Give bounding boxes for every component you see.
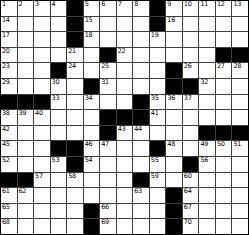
black-square [199,126,215,141]
grid-cell[interactable]: 57 [34,173,50,188]
clue-number: 38 [2,110,10,117]
grid-cell[interactable] [216,204,232,219]
black-square [100,110,116,125]
grid-cell[interactable] [67,95,83,110]
black-square [150,17,166,32]
grid-cell[interactable] [166,173,182,188]
grid-cell[interactable]: 14 [1,17,17,32]
clue-number: 31 [101,79,109,86]
grid-cell[interactable] [166,48,182,63]
grid-cell[interactable] [117,79,133,94]
grid-cell[interactable] [216,173,232,188]
grid-cell[interactable] [67,79,83,94]
black-square [67,1,83,16]
grid-cell[interactable] [117,188,133,203]
grid-cell[interactable]: 28 [232,63,248,78]
clue-number: 5 [85,1,89,8]
clue-number: 27 [217,63,225,70]
clue-number: 62 [19,188,27,195]
grid-cell[interactable] [18,157,34,172]
grid-cell[interactable] [133,141,149,156]
grid-cell[interactable] [67,188,83,203]
grid-cell[interactable]: 62 [18,188,34,203]
grid-cell[interactable] [67,219,83,234]
grid-cell[interactable] [117,95,133,110]
grid-cell[interactable] [18,17,34,32]
grid-cell[interactable]: 2 [18,1,34,16]
grid-cell[interactable] [199,63,215,78]
grid-cell[interactable] [183,32,199,47]
grid-cell[interactable] [232,157,248,172]
grid-cell[interactable] [199,17,215,32]
grid-cell[interactable] [216,157,232,172]
grid-cell[interactable] [133,63,149,78]
clue-number: 29 [2,79,10,86]
grid-cell[interactable] [232,188,248,203]
grid-cell[interactable]: 39 [18,110,34,125]
grid-cell[interactable]: 65 [1,204,17,219]
clue-number: 37 [184,95,192,102]
black-square [67,32,83,47]
clue-number: 41 [151,110,159,117]
grid-cell[interactable] [84,173,100,188]
grid-cell[interactable]: 26 [183,63,199,78]
grid-cell[interactable]: 68 [1,219,17,234]
grid-cell[interactable] [34,32,50,47]
black-square [133,110,149,125]
clue-number: 10 [184,1,192,8]
grid-cell[interactable]: 18 [84,32,100,47]
grid-cell[interactable] [232,32,248,47]
black-square [133,95,149,110]
black-square [232,48,248,63]
grid-cell[interactable]: 55 [150,157,166,172]
grid-cell[interactable] [216,32,232,47]
grid-cell[interactable]: 23 [1,63,17,78]
grid-cell[interactable]: 4 [51,1,67,16]
grid-cell[interactable] [34,157,50,172]
grid-cell[interactable] [84,126,100,141]
grid-cell[interactable] [51,126,67,141]
grid-cell[interactable] [150,204,166,219]
clue-number: 56 [200,157,208,164]
grid-cell[interactable]: 53 [51,157,67,172]
clue-number: 32 [200,79,208,86]
grid-cell[interactable]: 34 [84,95,100,110]
clue-number: 14 [2,17,10,24]
grid-cell[interactable]: 51 [232,141,248,156]
clue-number: 39 [19,110,27,117]
grid-cell[interactable] [51,204,67,219]
grid-cell[interactable] [67,126,83,141]
grid-cell[interactable]: 15 [84,17,100,32]
grid-cell[interactable] [216,219,232,234]
grid-cell[interactable] [150,219,166,234]
black-square [166,188,182,203]
grid-cell[interactable]: 16 [166,17,182,32]
grid-cell[interactable]: 1 [1,1,17,16]
grid-cell[interactable] [183,141,199,156]
grid-cell[interactable] [84,48,100,63]
grid-cell[interactable]: 54 [84,157,100,172]
grid-cell[interactable]: 67 [183,204,199,219]
black-square [84,79,100,94]
grid-cell[interactable] [166,110,182,125]
grid-cell[interactable] [34,63,50,78]
clue-number: 60 [184,173,192,180]
grid-cell[interactable] [51,188,67,203]
grid-cell[interactable] [18,48,34,63]
grid-cell[interactable] [18,79,34,94]
grid-cell[interactable] [100,157,116,172]
clue-number: 51 [233,141,241,148]
grid-cell[interactable]: 29 [1,79,17,94]
grid-cell[interactable] [199,110,215,125]
grid-cell[interactable] [232,17,248,32]
grid-cell[interactable] [18,219,34,234]
grid-cell[interactable]: 50 [216,141,232,156]
grid-cell[interactable] [117,157,133,172]
grid-cell[interactable] [133,17,149,32]
grid-cell[interactable]: 70 [183,219,199,234]
grid-cell[interactable] [18,141,34,156]
grid-cell[interactable] [133,79,149,94]
black-square [100,126,116,141]
grid-cell[interactable]: 41 [150,110,166,125]
grid-cell[interactable] [51,173,67,188]
grid-cell[interactable] [150,188,166,203]
grid-cell[interactable] [216,110,232,125]
grid-cell[interactable] [51,110,67,125]
grid-cell[interactable] [150,48,166,63]
grid-cell[interactable] [100,17,116,32]
clue-number: 47 [101,141,109,148]
black-square [51,63,67,78]
clue-number: 61 [2,188,10,195]
clue-number: 24 [68,63,76,70]
clue-number: 68 [2,219,10,226]
grid-cell[interactable] [183,110,199,125]
grid-cell[interactable] [84,63,100,78]
grid-cell[interactable] [18,126,34,141]
clue-number: 48 [167,141,175,148]
grid-cell[interactable]: 3 [34,1,50,16]
clue-number: 63 [134,188,142,195]
black-square [150,141,166,156]
clue-number: 19 [151,32,159,39]
grid-cell[interactable]: 40 [34,110,50,125]
grid-cell[interactable] [34,219,50,234]
black-square [18,95,34,110]
grid-cell[interactable] [183,48,199,63]
black-square [84,219,100,234]
clue-number: 12 [217,1,225,8]
grid-cell[interactable]: 56 [199,157,215,172]
grid-cell[interactable] [34,188,50,203]
clue-number: 4 [52,1,56,8]
clue-number: 15 [85,17,93,24]
grid-cell[interactable]: 11 [199,1,215,16]
clue-number: 52 [2,157,10,164]
grid-cell[interactable]: 10 [183,1,199,16]
black-square [166,79,182,94]
black-square [34,95,50,110]
black-square [1,173,17,188]
grid-cell[interactable] [216,95,232,110]
grid-cell[interactable] [133,219,149,234]
clue-number: 45 [2,141,10,148]
grid-cell[interactable] [232,95,248,110]
grid-cell[interactable]: 61 [1,188,17,203]
grid-cell[interactable] [117,141,133,156]
black-square [183,79,199,94]
grid-cell[interactable] [34,17,50,32]
grid-cell[interactable]: 59 [150,173,166,188]
grid-cell[interactable] [84,110,100,125]
grid-cell[interactable] [117,17,133,32]
grid-cell[interactable] [232,173,248,188]
black-square [216,126,232,141]
grid-cell[interactable]: 49 [199,141,215,156]
grid-cell[interactable] [51,17,67,32]
clue-number: 67 [184,204,192,211]
grid-cell[interactable] [216,17,232,32]
grid-cell[interactable]: 69 [100,219,116,234]
clue-number: 55 [151,157,159,164]
clue-number: 54 [85,157,93,164]
clue-number: 36 [167,95,175,102]
grid-cell[interactable] [199,48,215,63]
grid-cell[interactable] [216,79,232,94]
clue-number: 34 [85,95,93,102]
grid-cell[interactable]: 7 [117,1,133,16]
clue-number: 25 [101,63,109,70]
clue-number: 2 [19,1,23,8]
grid-cell[interactable] [199,32,215,47]
black-square [232,126,248,141]
clue-number: 44 [134,126,142,133]
clue-number: 43 [118,126,126,133]
clue-number: 26 [184,63,192,70]
clue-number: 13 [233,1,241,8]
clue-number: 30 [52,79,60,86]
grid-cell[interactable] [166,32,182,47]
grid-cell[interactable] [232,79,248,94]
grid-cell[interactable]: 24 [67,63,83,78]
clue-number: 7 [118,1,122,8]
black-square [18,173,34,188]
grid-cell[interactable]: 47 [100,141,116,156]
clue-number: 70 [184,219,192,226]
clue-number: 69 [101,219,109,226]
black-square [67,17,83,32]
clue-number: 20 [2,48,10,55]
clue-number: 50 [217,141,225,148]
clue-number: 65 [2,204,10,211]
grid-cell[interactable]: 13 [232,1,248,16]
grid-cell[interactable]: 36 [166,95,182,110]
grid-cell[interactable]: 22 [117,48,133,63]
grid-cell[interactable]: 63 [133,188,149,203]
grid-cell[interactable]: 21 [67,48,83,63]
grid-cell[interactable] [150,79,166,94]
grid-cell[interactable]: 5 [84,1,100,16]
grid-cell[interactable] [34,204,50,219]
clue-number: 59 [151,173,159,180]
clue-number: 64 [184,188,192,195]
grid-cell[interactable]: 37 [183,95,199,110]
black-square [67,157,83,172]
clue-number: 40 [35,110,43,117]
grid-cell[interactable] [18,32,34,47]
black-square [166,204,182,219]
clue-number: 21 [68,48,76,55]
grid-cell[interactable] [133,204,149,219]
grid-cell[interactable]: 32 [199,79,215,94]
clue-number: 11 [200,1,208,8]
grid-cell[interactable]: 17 [1,32,17,47]
grid-cell[interactable] [183,17,199,32]
grid-cell[interactable] [133,157,149,172]
grid-cell[interactable] [51,32,67,47]
grid-cell[interactable] [51,219,67,234]
grid-cell[interactable]: 43 [117,126,133,141]
grid-cell[interactable]: 44 [133,126,149,141]
clue-number: 49 [200,141,208,148]
black-square [117,110,133,125]
clue-number: 46 [85,141,93,148]
black-square [183,157,199,172]
grid-cell[interactable] [34,126,50,141]
black-square [84,204,100,219]
grid-cell[interactable] [199,204,215,219]
clue-number: 8 [134,1,138,8]
grid-cell[interactable] [232,204,248,219]
black-square [67,141,83,156]
clue-number: 3 [35,1,39,8]
grid-cell[interactable]: 12 [216,1,232,16]
grid-cell[interactable] [100,188,116,203]
grid-cell[interactable] [232,110,248,125]
grid-cell[interactable] [133,32,149,47]
grid-cell[interactable] [133,48,149,63]
grid-cell[interactable]: 60 [183,173,199,188]
crossword-board: 1234567891011121314151617181920212223242… [0,0,249,235]
clue-number: 66 [101,204,109,211]
grid-cell[interactable]: 8 [133,1,149,16]
grid-cell[interactable] [34,141,50,156]
grid-cell[interactable] [100,173,116,188]
grid-cell[interactable] [117,63,133,78]
grid-cell[interactable]: 6 [100,1,116,16]
grid-cell[interactable]: 19 [150,32,166,47]
grid-cell[interactable] [67,204,83,219]
grid-cell[interactable]: 9 [166,1,182,16]
black-square [166,63,182,78]
grid-cell[interactable] [84,188,100,203]
clue-number: 6 [101,1,105,8]
grid-cell[interactable] [216,188,232,203]
grid-cell[interactable]: 33 [51,95,67,110]
grid-cell[interactable]: 48 [166,141,182,156]
grid-cell[interactable] [34,48,50,63]
grid-cell[interactable] [117,219,133,234]
black-square [133,173,149,188]
clue-number: 58 [68,173,76,180]
grid-cell[interactable] [199,188,215,203]
black-square [216,48,232,63]
grid-cell[interactable] [100,95,116,110]
grid-cell[interactable] [117,32,133,47]
grid-cell[interactable] [166,126,182,141]
clue-number: 28 [233,63,241,70]
black-square [1,95,17,110]
grid-cell[interactable]: 45 [1,141,17,156]
black-square [51,141,67,156]
grid-cell[interactable] [100,32,116,47]
grid-cell[interactable]: 46 [84,141,100,156]
grid-cell[interactable] [183,126,199,141]
clue-number: 35 [151,95,159,102]
grid-cell[interactable]: 64 [183,188,199,203]
grid-cell[interactable] [117,173,133,188]
grid-cell[interactable]: 25 [100,63,116,78]
black-square [100,48,116,63]
clue-number: 1 [2,1,6,8]
black-square [166,219,182,234]
clue-number: 16 [167,17,175,24]
grid-cell[interactable]: 66 [100,204,116,219]
grid-cell[interactable] [150,63,166,78]
clue-number: 57 [35,173,43,180]
clue-number: 53 [52,157,60,164]
clue-number: 22 [118,48,126,55]
grid-cell[interactable] [18,63,34,78]
clue-number: 23 [2,63,10,70]
grid-cell[interactable]: 30 [51,79,67,94]
grid-cell[interactable] [67,110,83,125]
grid-cell[interactable] [51,48,67,63]
grid-cell[interactable] [117,204,133,219]
grid-cell[interactable]: 58 [67,173,83,188]
grid-cell[interactable]: 42 [1,126,17,141]
grid-cell[interactable] [166,157,182,172]
clue-number: 33 [52,95,60,102]
grid-cell[interactable]: 20 [1,48,17,63]
grid-cell[interactable] [199,219,215,234]
grid-cell[interactable]: 52 [1,157,17,172]
clue-number: 9 [167,1,171,8]
grid-cell[interactable] [232,219,248,234]
grid-cell[interactable]: 38 [1,110,17,125]
grid-cell[interactable] [199,95,215,110]
clue-number: 42 [2,126,10,133]
grid-cell[interactable] [150,126,166,141]
grid-cell[interactable]: 35 [150,95,166,110]
clue-number: 18 [85,32,93,39]
clue-number: 17 [2,32,10,39]
grid-cell[interactable]: 31 [100,79,116,94]
grid-cell[interactable] [18,204,34,219]
black-square [150,1,166,16]
grid-cell[interactable]: 27 [216,63,232,78]
grid-cell[interactable] [34,79,50,94]
grid-cell[interactable] [199,173,215,188]
